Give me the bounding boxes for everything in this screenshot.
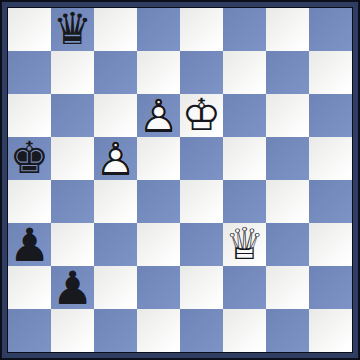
square-g6[interactable] (266, 94, 309, 137)
square-a2[interactable] (8, 266, 51, 309)
square-a5[interactable]: ♚ (8, 137, 51, 180)
black-pawn-fill: ♟ (52, 265, 93, 311)
square-h6[interactable] (309, 94, 352, 137)
square-d5[interactable] (137, 137, 180, 180)
square-b3[interactable] (51, 223, 94, 266)
square-e3[interactable] (180, 223, 223, 266)
square-b7[interactable] (51, 51, 94, 94)
square-c1[interactable] (94, 309, 137, 352)
square-b2[interactable]: ♟ (51, 266, 94, 309)
white-queen-outline: ♕ (225, 222, 264, 266)
square-f4[interactable] (223, 180, 266, 223)
square-b1[interactable] (51, 309, 94, 352)
square-d7[interactable] (137, 51, 180, 94)
white-king[interactable]: ♚♔ (180, 94, 223, 137)
square-g7[interactable] (266, 51, 309, 94)
square-b4[interactable] (51, 180, 94, 223)
chess-diagram: ♛♟♙♚♔♚♟♙♟♛♕♟ (0, 0, 360, 360)
square-c4[interactable] (94, 180, 137, 223)
square-d6[interactable]: ♟♙ (137, 94, 180, 137)
black-pawn-fill: ♟ (9, 222, 50, 268)
square-e5[interactable] (180, 137, 223, 180)
square-e1[interactable] (180, 309, 223, 352)
square-f7[interactable] (223, 51, 266, 94)
square-d1[interactable] (137, 309, 180, 352)
black-king[interactable]: ♚ (8, 137, 51, 180)
black-pawn[interactable]: ♟ (51, 266, 94, 309)
black-king-fill: ♚ (10, 136, 49, 180)
square-c5[interactable]: ♟♙ (94, 137, 137, 180)
square-e8[interactable] (180, 8, 223, 51)
square-e6[interactable]: ♚♔ (180, 94, 223, 137)
chessboard-frame: ♛♟♙♚♔♚♟♙♟♛♕♟ (0, 0, 360, 360)
square-a1[interactable] (8, 309, 51, 352)
square-f2[interactable] (223, 266, 266, 309)
white-queen[interactable]: ♛♕ (223, 223, 266, 266)
square-a3[interactable]: ♟ (8, 223, 51, 266)
square-h7[interactable] (309, 51, 352, 94)
square-c8[interactable] (94, 8, 137, 51)
square-a7[interactable] (8, 51, 51, 94)
square-d2[interactable] (137, 266, 180, 309)
white-pawn[interactable]: ♟♙ (137, 94, 180, 137)
white-pawn-outline: ♙ (95, 136, 136, 182)
chessboard: ♛♟♙♚♔♚♟♙♟♛♕♟ (7, 7, 353, 353)
square-a6[interactable] (8, 94, 51, 137)
square-g2[interactable] (266, 266, 309, 309)
square-f6[interactable] (223, 94, 266, 137)
square-h5[interactable] (309, 137, 352, 180)
square-f1[interactable] (223, 309, 266, 352)
square-g8[interactable] (266, 8, 309, 51)
square-f5[interactable] (223, 137, 266, 180)
square-g5[interactable] (266, 137, 309, 180)
black-queen-fill: ♛ (53, 7, 92, 51)
square-d3[interactable] (137, 223, 180, 266)
square-c3[interactable] (94, 223, 137, 266)
square-g1[interactable] (266, 309, 309, 352)
square-b8[interactable]: ♛ (51, 8, 94, 51)
square-c6[interactable] (94, 94, 137, 137)
white-pawn-outline: ♙ (138, 93, 179, 139)
black-queen[interactable]: ♛ (51, 8, 94, 51)
square-a8[interactable] (8, 8, 51, 51)
square-h2[interactable] (309, 266, 352, 309)
square-c7[interactable] (94, 51, 137, 94)
square-c2[interactable] (94, 266, 137, 309)
square-h4[interactable] (309, 180, 352, 223)
white-pawn[interactable]: ♟♙ (94, 137, 137, 180)
square-e7[interactable] (180, 51, 223, 94)
white-king-outline: ♔ (182, 93, 221, 137)
square-f8[interactable] (223, 8, 266, 51)
square-b5[interactable] (51, 137, 94, 180)
square-b6[interactable] (51, 94, 94, 137)
square-f3[interactable]: ♛♕ (223, 223, 266, 266)
square-h3[interactable] (309, 223, 352, 266)
square-g4[interactable] (266, 180, 309, 223)
square-g3[interactable] (266, 223, 309, 266)
black-pawn[interactable]: ♟ (8, 223, 51, 266)
square-d8[interactable] (137, 8, 180, 51)
square-d4[interactable] (137, 180, 180, 223)
square-h1[interactable] (309, 309, 352, 352)
square-e2[interactable] (180, 266, 223, 309)
square-h8[interactable] (309, 8, 352, 51)
square-a4[interactable] (8, 180, 51, 223)
square-e4[interactable] (180, 180, 223, 223)
